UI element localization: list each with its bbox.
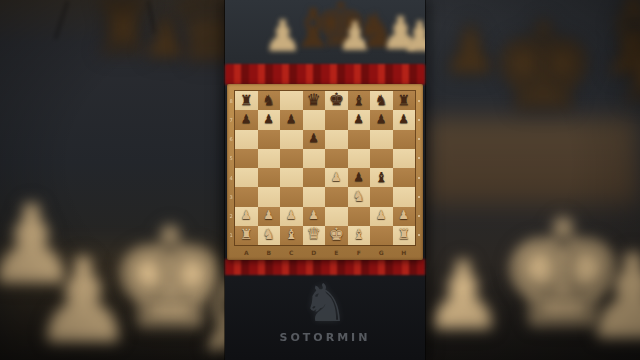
square-a3 (235, 187, 258, 206)
rank-dot (417, 226, 421, 245)
square-h7: ♟ (393, 110, 416, 129)
rank-label-6: 6 (227, 130, 235, 149)
square-e7 (325, 110, 348, 129)
white-pawn-e4: ♟ (331, 171, 342, 183)
square-f6 (348, 130, 371, 149)
square-c8 (280, 91, 303, 110)
square-a4 (235, 168, 258, 187)
square-h4 (393, 168, 416, 187)
file-label-c: C (280, 246, 303, 259)
square-c3 (280, 187, 303, 206)
watermark-area: ♞ SOTORMIN (225, 275, 425, 360)
square-f5 (348, 149, 371, 168)
square-d8: ♛ (303, 91, 326, 110)
black-knight-b8: ♞ (262, 93, 275, 107)
square-c7: ♟ (280, 110, 303, 129)
white-bishop-f1: ♝ (352, 227, 365, 241)
white-king-e1: ♚ (329, 226, 344, 243)
black-rook-h8: ♜ (397, 93, 410, 107)
square-g1 (370, 226, 393, 245)
square-e4: ♟ (325, 168, 348, 187)
square-d3 (303, 187, 326, 206)
watermark-text: SOTORMIN (225, 331, 425, 344)
rank-label-1: 1 (227, 226, 235, 245)
black-knight-g8: ♞ (375, 93, 388, 107)
black-pawn-f7: ♟ (353, 113, 364, 125)
rank-label-8: 8 (227, 91, 235, 110)
white-rook-h1: ♜ (397, 227, 410, 241)
square-a1: ♜ (235, 226, 258, 245)
blurred-light-piece-icon: ♟ (0, 190, 81, 300)
square-a2: ♟ (235, 207, 258, 226)
red-blur-band-bottom (225, 259, 425, 275)
square-a8: ♜ (235, 91, 258, 110)
video-strip[interactable]: ♟♝♚♟♞♟♟ 87654321 ♜♞♛♚♝♞♜♟♟♟♟♟♟♟♟♟♝♞♟♟♟♟♟… (225, 0, 425, 360)
black-queen-d8: ♛ (307, 92, 321, 108)
file-label-g: G (370, 246, 393, 259)
black-pawn-b7: ♟ (263, 113, 274, 125)
square-b3 (258, 187, 281, 206)
square-h5 (393, 149, 416, 168)
rank-label-7: 7 (227, 110, 235, 129)
square-c5 (280, 149, 303, 168)
rank-dot (417, 130, 421, 149)
square-d7 (303, 110, 326, 129)
square-e8: ♚ (325, 91, 348, 110)
black-pawn-f4: ♟ (353, 171, 364, 183)
rank-dot (417, 168, 421, 187)
black-pawn-c7: ♟ (286, 113, 297, 125)
knight-emblem-icon: ♞ (225, 277, 425, 329)
rank-label-5: 5 (227, 149, 235, 168)
square-g4: ♝ (370, 168, 393, 187)
square-e3 (325, 187, 348, 206)
square-g3 (370, 187, 393, 206)
square-e1: ♚ (325, 226, 348, 245)
square-h1: ♜ (393, 226, 416, 245)
square-g6 (370, 130, 393, 149)
black-pawn-h7: ♟ (398, 113, 409, 125)
black-bishop-f8: ♝ (352, 93, 365, 107)
square-f4: ♟ (348, 168, 371, 187)
square-a7: ♟ (235, 110, 258, 129)
white-pawn-h2: ♟ (398, 209, 409, 221)
file-label-h: H (393, 246, 416, 259)
file-labels: ABCDEFGH (235, 246, 415, 259)
file-label-f: F (348, 246, 371, 259)
rank-dot (417, 91, 421, 110)
square-a6 (235, 130, 258, 149)
white-knight-b1: ♞ (262, 227, 275, 241)
black-bishop-g4: ♝ (375, 170, 388, 184)
square-f7: ♟ (348, 110, 371, 129)
red-blur-band-top (225, 64, 425, 85)
file-label-d: D (303, 246, 326, 259)
square-f1: ♝ (348, 226, 371, 245)
black-pawn-d6: ♟ (308, 132, 319, 144)
square-g7: ♟ (370, 110, 393, 129)
square-g8: ♞ (370, 91, 393, 110)
square-b4 (258, 168, 281, 187)
rank-dot (417, 110, 421, 129)
square-b1: ♞ (258, 226, 281, 245)
black-pawn-g7: ♟ (376, 113, 387, 125)
white-knight-f3: ♞ (352, 189, 365, 203)
rank-labels: 87654321 (227, 91, 235, 245)
video-frame: ♜♟♛♟♚♟♝♟♚♝♜♚♟♟ ♟♝♚♟♞♟♟ 87654321 ♜♞♛♚♝♞♜♟… (0, 0, 640, 360)
square-d5 (303, 149, 326, 168)
square-b7: ♟ (258, 110, 281, 129)
blurred-light-piece-icon: ♟ (420, 248, 506, 344)
square-f8: ♝ (348, 91, 371, 110)
square-a5 (235, 149, 258, 168)
rank-label-2: 2 (227, 207, 235, 226)
square-b8: ♞ (258, 91, 281, 110)
square-c2: ♟ (280, 207, 303, 226)
square-d6: ♟ (303, 130, 326, 149)
rank-dot (417, 187, 421, 206)
square-c4 (280, 168, 303, 187)
white-rook-a1: ♜ (240, 227, 253, 241)
board-grid: ♜♞♛♚♝♞♜♟♟♟♟♟♟♟♟♟♝♞♟♟♟♟♟♟♜♞♝♛♚♝♜ (235, 91, 415, 245)
black-rook-a8: ♜ (240, 93, 253, 107)
blurred-dark-piece-icon: ♚ (489, 6, 598, 128)
square-h6 (393, 130, 416, 149)
square-b6 (258, 130, 281, 149)
square-e5 (325, 149, 348, 168)
black-pawn-a7: ♟ (241, 113, 252, 125)
square-h2: ♟ (393, 207, 416, 226)
rank-dot (417, 207, 421, 226)
square-c6 (280, 130, 303, 149)
white-bishop-c1: ♝ (285, 227, 298, 241)
square-b5 (258, 149, 281, 168)
blurred-light-piece-icon: ♟ (401, 16, 425, 58)
square-h8: ♜ (393, 91, 416, 110)
square-c1: ♝ (280, 226, 303, 245)
white-pawn-c2: ♟ (286, 209, 297, 221)
rank-label-3: 3 (227, 187, 235, 206)
square-e6 (325, 130, 348, 149)
white-pawn-a2: ♟ (241, 209, 252, 221)
square-e2 (325, 207, 348, 226)
square-b2: ♟ (258, 207, 281, 226)
rank-dot (417, 149, 421, 168)
chess-board: 87654321 ♜♞♛♚♝♞♜♟♟♟♟♟♟♟♟♟♝♞♟♟♟♟♟♟♜♞♝♛♚♝♜… (227, 84, 423, 260)
table-seam (54, 1, 69, 40)
square-d4 (303, 168, 326, 187)
file-label-b: B (258, 246, 281, 259)
white-pawn-d2: ♟ (308, 209, 319, 221)
blurred-light-piece-icon: ♟ (580, 238, 640, 356)
blurred-dark-piece-icon: ♜ (612, 30, 640, 114)
square-g2: ♟ (370, 207, 393, 226)
white-pawn-b2: ♟ (263, 209, 274, 221)
rank-label-4: 4 (227, 168, 235, 187)
white-pawn-g2: ♟ (376, 209, 387, 221)
file-label-a: A (235, 246, 258, 259)
square-f3: ♞ (348, 187, 371, 206)
blurred-pieces-behind-board: ♟♝♚♟♞♟♟ (225, 0, 425, 66)
square-h3 (393, 187, 416, 206)
white-queen-d1: ♛ (307, 226, 321, 242)
square-d2: ♟ (303, 207, 326, 226)
square-d1: ♛ (303, 226, 326, 245)
rank-dots (417, 91, 421, 245)
file-label-e: E (325, 246, 348, 259)
square-g5 (370, 149, 393, 168)
square-f2 (348, 207, 371, 226)
black-king-e8: ♚ (329, 91, 344, 108)
